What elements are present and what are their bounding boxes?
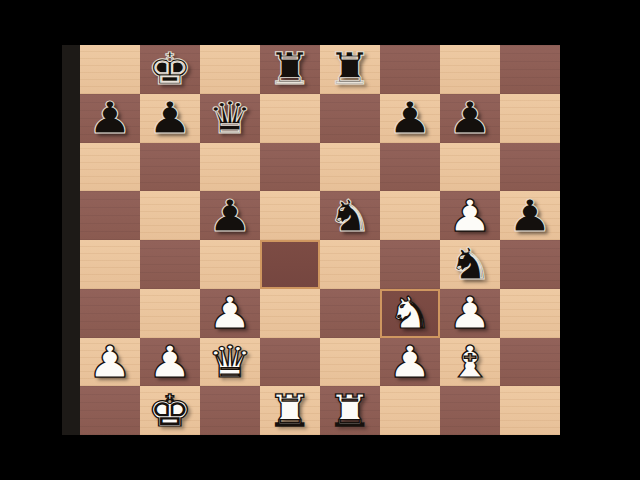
square-a8[interactable] — [80, 45, 140, 94]
square-e6[interactable] — [320, 143, 380, 192]
piece-white-pawn-a2[interactable]: ♟ — [88, 340, 133, 384]
piece-black-queen-c7[interactable]: ♛ — [208, 96, 253, 140]
piece-white-queen-c2[interactable]: ♛ — [208, 340, 253, 384]
square-f8[interactable] — [380, 45, 440, 94]
piece-white-king-b1[interactable]: ♚ — [148, 389, 193, 433]
piece-black-rook-d8[interactable]: ♜ — [268, 47, 313, 91]
square-a7[interactable]: ♟ — [80, 94, 140, 143]
square-g4[interactable]: ♞ — [440, 240, 500, 289]
square-f2[interactable]: ♟ — [380, 338, 440, 387]
square-f4[interactable] — [380, 240, 440, 289]
square-c5[interactable]: ♟ — [200, 191, 260, 240]
square-d2[interactable] — [260, 338, 320, 387]
square-d3[interactable] — [260, 289, 320, 338]
square-b1[interactable]: ♚ — [140, 386, 200, 435]
square-c8[interactable] — [200, 45, 260, 94]
square-e5[interactable]: ♞ — [320, 191, 380, 240]
square-h7[interactable] — [500, 94, 560, 143]
square-c2[interactable]: ♛ — [200, 338, 260, 387]
square-f1[interactable] — [380, 386, 440, 435]
square-g8[interactable] — [440, 45, 500, 94]
square-c1[interactable] — [200, 386, 260, 435]
chess-board: ♚♜♜♟♟♛♟♟♟♞♟♟♞♟♞♟♟♟♛♟♝♚♜♜ — [80, 45, 560, 435]
square-d5[interactable] — [260, 191, 320, 240]
square-f7[interactable]: ♟ — [380, 94, 440, 143]
piece-white-rook-e1[interactable]: ♜ — [328, 389, 373, 433]
square-d8[interactable]: ♜ — [260, 45, 320, 94]
square-b7[interactable]: ♟ — [140, 94, 200, 143]
piece-black-pawn-a7[interactable]: ♟ — [88, 96, 133, 140]
square-g1[interactable] — [440, 386, 500, 435]
square-c3[interactable]: ♟ — [200, 289, 260, 338]
piece-black-pawn-c5[interactable]: ♟ — [208, 194, 253, 238]
piece-black-king-b8[interactable]: ♚ — [148, 47, 193, 91]
square-e1[interactable]: ♜ — [320, 386, 380, 435]
piece-white-pawn-g3[interactable]: ♟ — [448, 291, 493, 335]
square-e7[interactable] — [320, 94, 380, 143]
square-h6[interactable] — [500, 143, 560, 192]
letterbox-bottom — [0, 435, 640, 480]
square-h5[interactable]: ♟ — [500, 191, 560, 240]
letterbox-right — [560, 45, 640, 435]
square-h1[interactable] — [500, 386, 560, 435]
square-f5[interactable] — [380, 191, 440, 240]
square-e3[interactable] — [320, 289, 380, 338]
square-b4[interactable] — [140, 240, 200, 289]
square-g7[interactable]: ♟ — [440, 94, 500, 143]
piece-black-pawn-h5[interactable]: ♟ — [508, 194, 553, 238]
square-a3[interactable] — [80, 289, 140, 338]
square-d7[interactable] — [260, 94, 320, 143]
square-d4[interactable] — [260, 240, 320, 289]
square-f6[interactable] — [380, 143, 440, 192]
square-f3[interactable]: ♞ — [380, 289, 440, 338]
square-e4[interactable] — [320, 240, 380, 289]
square-b8[interactable]: ♚ — [140, 45, 200, 94]
square-e8[interactable]: ♜ — [320, 45, 380, 94]
square-a1[interactable] — [80, 386, 140, 435]
piece-white-pawn-f2[interactable]: ♟ — [388, 340, 433, 384]
square-c7[interactable]: ♛ — [200, 94, 260, 143]
letterbox-top — [0, 0, 640, 45]
piece-white-pawn-g5[interactable]: ♟ — [448, 194, 493, 238]
piece-white-rook-d1[interactable]: ♜ — [268, 389, 313, 433]
piece-black-pawn-g7[interactable]: ♟ — [448, 96, 493, 140]
piece-black-pawn-b7[interactable]: ♟ — [148, 96, 193, 140]
piece-black-knight-g4[interactable]: ♞ — [448, 242, 493, 286]
video-frame: ♚♜♜♟♟♛♟♟♟♞♟♟♞♟♞♟♟♟♛♟♝♚♜♜ — [0, 0, 640, 480]
square-a5[interactable] — [80, 191, 140, 240]
square-a2[interactable]: ♟ — [80, 338, 140, 387]
square-h4[interactable] — [500, 240, 560, 289]
square-h3[interactable] — [500, 289, 560, 338]
piece-white-bishop-g2[interactable]: ♝ — [448, 340, 493, 384]
square-g5[interactable]: ♟ — [440, 191, 500, 240]
square-c4[interactable] — [200, 240, 260, 289]
piece-white-pawn-c3[interactable]: ♟ — [208, 291, 253, 335]
square-h8[interactable] — [500, 45, 560, 94]
square-g6[interactable] — [440, 143, 500, 192]
square-a6[interactable] — [80, 143, 140, 192]
piece-black-pawn-f7[interactable]: ♟ — [388, 96, 433, 140]
square-b3[interactable] — [140, 289, 200, 338]
piece-white-knight-f3[interactable]: ♞ — [388, 291, 433, 335]
piece-black-knight-e5[interactable]: ♞ — [328, 194, 373, 238]
piece-black-rook-e8[interactable]: ♜ — [328, 47, 373, 91]
square-h2[interactable] — [500, 338, 560, 387]
square-b5[interactable] — [140, 191, 200, 240]
square-d6[interactable] — [260, 143, 320, 192]
square-d1[interactable]: ♜ — [260, 386, 320, 435]
piece-white-pawn-b2[interactable]: ♟ — [148, 340, 193, 384]
board-edge-shadow — [62, 45, 80, 435]
square-g2[interactable]: ♝ — [440, 338, 500, 387]
square-g3[interactable]: ♟ — [440, 289, 500, 338]
square-e2[interactable] — [320, 338, 380, 387]
square-a4[interactable] — [80, 240, 140, 289]
square-c6[interactable] — [200, 143, 260, 192]
square-b6[interactable] — [140, 143, 200, 192]
square-b2[interactable]: ♟ — [140, 338, 200, 387]
